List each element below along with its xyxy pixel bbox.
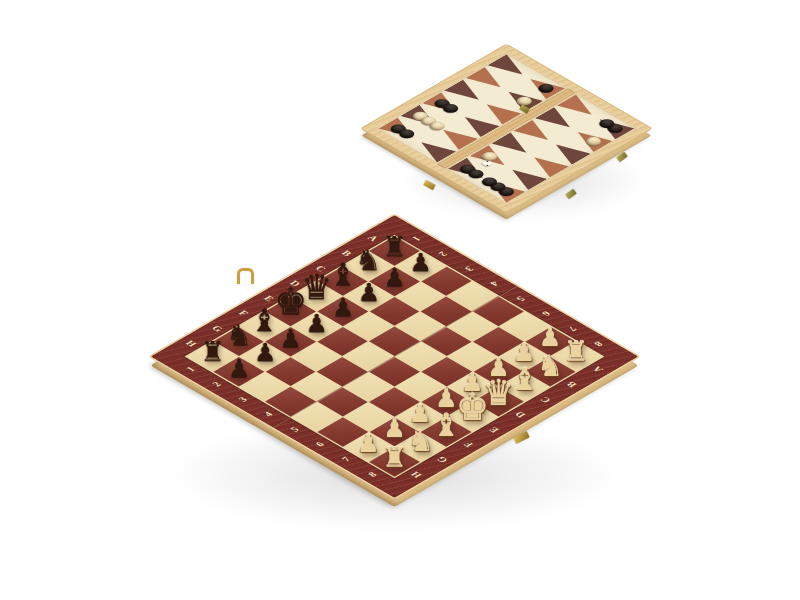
chess-piece-white-rook[interactable]: ♜ xyxy=(373,444,417,471)
board-label-number: 3 xyxy=(461,264,476,273)
product-photo-canvas: ♜♟♟♜♞♟♟♞♝♟♟♝♛♟♟♛♚♟♟♚♝♟♟♝♞♟♟♞♜♟♟♜ 1234567… xyxy=(0,0,800,600)
board-label-letter: H xyxy=(408,469,425,479)
board-label-number: 6 xyxy=(313,440,328,449)
chess-set: ♜♟♟♜♞♟♟♞♝♟♟♝♛♟♟♛♚♟♟♚♝♟♟♝♞♟♟♞♜♟♟♜ 1234567… xyxy=(222,184,567,529)
board-label-number: 8 xyxy=(365,470,380,479)
backgammon-point xyxy=(444,80,489,106)
brass-clasp-hook-icon xyxy=(237,268,254,284)
board-label-letter: G xyxy=(434,454,451,464)
board-label-number: 4 xyxy=(487,279,502,288)
board-label-number: 6 xyxy=(539,309,554,318)
backgammon-point xyxy=(487,54,532,80)
backgammon-point xyxy=(525,152,570,178)
die-pip xyxy=(486,164,489,166)
chess-board: ♜♟♟♜♞♟♟♞♝♟♟♝♛♟♟♛♚♟♟♚♝♟♟♝♞♟♟♞♜♟♟♜ 1234567… xyxy=(151,215,639,498)
chess-piece-black-pawn[interactable]: ♟ xyxy=(217,356,261,381)
board-label-number: 7 xyxy=(339,455,354,464)
backgammon-point xyxy=(466,67,511,93)
board-label-number: 1 xyxy=(184,365,199,374)
board-label-letter: F xyxy=(461,440,477,449)
board-label-number: 3 xyxy=(235,395,250,404)
board-label-number: 5 xyxy=(513,294,528,303)
board-label-letter: D xyxy=(512,410,529,420)
board-label-letter: A xyxy=(590,364,607,374)
board-label-number: 4 xyxy=(261,410,276,419)
board-label-number: 5 xyxy=(287,425,302,434)
board-label-letter: B xyxy=(564,380,580,389)
board-label-letter: C xyxy=(538,395,555,405)
backgammon-point xyxy=(546,139,591,165)
board-label-number: 2 xyxy=(210,380,225,389)
